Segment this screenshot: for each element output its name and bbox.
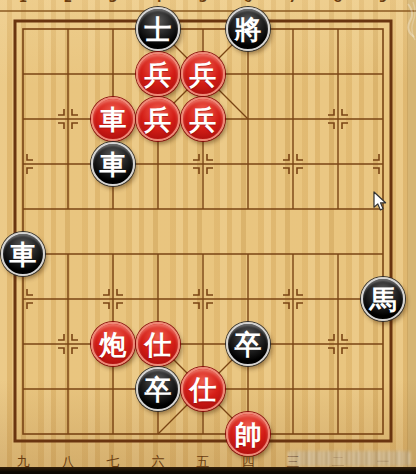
file-label-top-4: 4: [148, 0, 168, 5]
piece-character: 帥: [235, 421, 262, 448]
piece-character: 仕: [190, 376, 217, 403]
mouse-cursor: [373, 191, 389, 213]
piece-black-zu-12[interactable]: 卒: [226, 322, 270, 366]
piece-character: 兵: [190, 106, 217, 133]
corner-watermark-squiggle: [394, 0, 416, 50]
piece-character: 卒: [145, 376, 172, 403]
xiangqi-app-screenshot: { "game": "xiangqi", "position": { "fen"…: [0, 0, 416, 474]
piece-black-ju-8[interactable]: 車: [1, 232, 45, 276]
file-label-top-5: 5: [193, 0, 213, 5]
piece-red-shi-11[interactable]: 仕: [136, 322, 180, 366]
file-label-top-3: 3: [103, 0, 123, 5]
piece-character: 車: [10, 241, 37, 268]
piece-red-shi-14[interactable]: 仕: [181, 367, 225, 411]
file-label-top-2: 2: [58, 0, 78, 5]
piece-black-zu-13[interactable]: 卒: [136, 367, 180, 411]
piece-character: 兵: [190, 61, 217, 88]
file-label-top-6: 6: [238, 0, 258, 5]
piece-character: 車: [100, 106, 127, 133]
file-label-top-1: 1: [13, 0, 33, 5]
piece-red-ju-4[interactable]: 車: [91, 97, 135, 141]
piece-red-bing-5[interactable]: 兵: [136, 97, 180, 141]
piece-black-jiang-1[interactable]: 將: [226, 7, 270, 51]
file-label-top-7: 7: [283, 0, 303, 5]
piece-character: 卒: [235, 331, 262, 358]
piece-red-bing-6[interactable]: 兵: [181, 97, 225, 141]
piece-character: 車: [100, 151, 127, 178]
piece-character: 兵: [145, 61, 172, 88]
piece-character: 將: [235, 16, 262, 43]
piece-red-bing-3[interactable]: 兵: [181, 52, 225, 96]
piece-red-bing-2[interactable]: 兵: [136, 52, 180, 96]
piece-character: 兵: [145, 106, 172, 133]
piece-black-ma-9[interactable]: 馬: [361, 277, 405, 321]
piece-black-shi-0[interactable]: 士: [136, 7, 180, 51]
piece-red-pao-10[interactable]: 炮: [91, 322, 135, 366]
file-label-top-8: 8: [328, 0, 348, 5]
watermark: [288, 451, 410, 466]
file-label-top-9: 9: [373, 0, 393, 5]
piece-character: 炮: [100, 331, 127, 358]
piece-black-ju-7[interactable]: 車: [91, 142, 135, 186]
piece-character: 馬: [370, 286, 397, 313]
piece-character: 仕: [145, 331, 172, 358]
bottom-letterbox-bar: [0, 467, 416, 474]
piece-red-shuai-15[interactable]: 帥: [226, 412, 270, 456]
piece-character: 士: [145, 16, 172, 43]
